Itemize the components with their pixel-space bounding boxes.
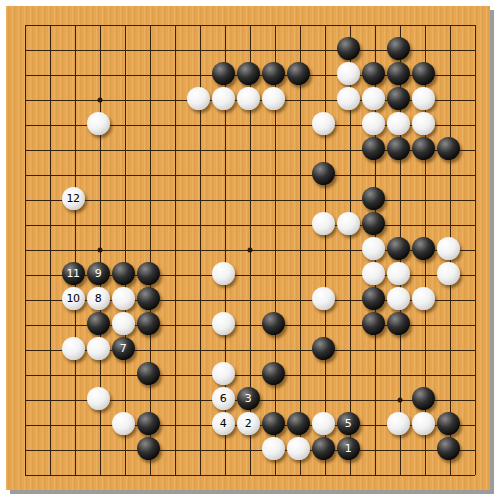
- stone-black[interactable]: [412, 62, 435, 85]
- board-point: [263, 63, 288, 88]
- board-point: [438, 263, 463, 288]
- board-point: [313, 338, 338, 363]
- board-point: [388, 138, 413, 163]
- board-point: [413, 238, 438, 263]
- stone-white[interactable]: [412, 287, 435, 310]
- stone-black[interactable]: [437, 412, 460, 435]
- stone-black[interactable]: [287, 62, 310, 85]
- board-point: [388, 313, 413, 338]
- stone-black[interactable]: [112, 262, 135, 285]
- board-point: [113, 313, 138, 338]
- stones-grid: 121191087634251: [13, 13, 488, 488]
- board-point: [63, 338, 88, 363]
- stone-white[interactable]: [112, 312, 135, 335]
- board-point: [138, 263, 163, 288]
- stone-black[interactable]: [412, 137, 435, 160]
- stone-white[interactable]: [87, 387, 110, 410]
- stone-black[interactable]: [437, 437, 460, 460]
- stone-white[interactable]: [262, 437, 285, 460]
- stone-black[interactable]: [362, 62, 385, 85]
- board-point: 10: [63, 288, 88, 313]
- move-number-label: 8: [95, 293, 102, 304]
- move-number-label: 11: [67, 268, 80, 279]
- stone-white[interactable]: [212, 312, 235, 335]
- stone-black[interactable]: [262, 362, 285, 385]
- board-point: [263, 413, 288, 438]
- stone-black[interactable]: [387, 312, 410, 335]
- board-point: [363, 238, 388, 263]
- board-point: [288, 438, 313, 463]
- board-point: [263, 363, 288, 388]
- stone-black[interactable]: [212, 62, 235, 85]
- board-point: [88, 313, 113, 338]
- board-point: 11: [63, 263, 88, 288]
- board-point: [188, 88, 213, 113]
- board-point: 8: [88, 288, 113, 313]
- board-point: [113, 288, 138, 313]
- stone-black[interactable]: [387, 237, 410, 260]
- board-point: [363, 188, 388, 213]
- stone-white[interactable]: [387, 287, 410, 310]
- board-point: [263, 88, 288, 113]
- stone-move-11[interactable]: 11: [62, 262, 85, 285]
- board-point: 6: [213, 388, 238, 413]
- stone-black[interactable]: [437, 137, 460, 160]
- board-point: [313, 438, 338, 463]
- stone-white[interactable]: [362, 262, 385, 285]
- board-point: [438, 238, 463, 263]
- board-point: [313, 213, 338, 238]
- board-point: [338, 63, 363, 88]
- board-point: [138, 363, 163, 388]
- board-point: [138, 288, 163, 313]
- board-point: [388, 413, 413, 438]
- stone-white[interactable]: [412, 87, 435, 110]
- board-point: [438, 138, 463, 163]
- stone-white[interactable]: [212, 362, 235, 385]
- board-point: [263, 313, 288, 338]
- stone-white[interactable]: [362, 87, 385, 110]
- stone-black[interactable]: [137, 262, 160, 285]
- move-number-label: 7: [120, 343, 127, 354]
- board-point: [413, 413, 438, 438]
- stone-black[interactable]: [362, 187, 385, 210]
- board-point: [363, 138, 388, 163]
- board-point: [363, 263, 388, 288]
- board-point: [363, 88, 388, 113]
- stone-move-2[interactable]: 2: [237, 412, 260, 435]
- board-point: [413, 88, 438, 113]
- stone-white[interactable]: [87, 337, 110, 360]
- board-point: [338, 213, 363, 238]
- stone-white[interactable]: [387, 262, 410, 285]
- board-point: [363, 288, 388, 313]
- stone-white[interactable]: [112, 287, 135, 310]
- stone-white[interactable]: [362, 112, 385, 135]
- board-point: [338, 38, 363, 63]
- stone-black[interactable]: [137, 412, 160, 435]
- stone-black[interactable]: [387, 62, 410, 85]
- stone-black[interactable]: [387, 87, 410, 110]
- board-point: 7: [113, 338, 138, 363]
- stone-black[interactable]: [287, 412, 310, 435]
- stone-white[interactable]: [437, 237, 460, 260]
- board-point: [238, 88, 263, 113]
- go-board[interactable]: 121191087634251: [6, 6, 490, 490]
- board-point: [138, 413, 163, 438]
- board-point: 5: [338, 413, 363, 438]
- move-number-label: 4: [220, 418, 227, 429]
- stone-white[interactable]: [337, 87, 360, 110]
- stone-white[interactable]: [262, 87, 285, 110]
- board-point: [138, 313, 163, 338]
- board-point: [388, 63, 413, 88]
- stone-move-6[interactable]: 6: [212, 387, 235, 410]
- stone-move-1[interactable]: 1: [337, 437, 360, 460]
- board-point: 3: [238, 388, 263, 413]
- stone-white[interactable]: [337, 212, 360, 235]
- stone-move-9[interactable]: 9: [87, 262, 110, 285]
- stone-white[interactable]: [412, 412, 435, 435]
- move-number-label: 5: [345, 418, 352, 429]
- stone-black[interactable]: [412, 387, 435, 410]
- stone-black[interactable]: [312, 162, 335, 185]
- board-point: [388, 238, 413, 263]
- stone-black[interactable]: [262, 412, 285, 435]
- board-point: [438, 438, 463, 463]
- stone-black[interactable]: [87, 312, 110, 335]
- stone-white[interactable]: [387, 112, 410, 135]
- stone-white[interactable]: [312, 287, 335, 310]
- board-point: [88, 388, 113, 413]
- board-point: [138, 438, 163, 463]
- stone-black[interactable]: [237, 62, 260, 85]
- stone-white[interactable]: [212, 262, 235, 285]
- board-point: [388, 288, 413, 313]
- move-number-label: 2: [245, 418, 252, 429]
- board-point: [313, 163, 338, 188]
- stone-move-8[interactable]: 8: [87, 287, 110, 310]
- board-point: [88, 338, 113, 363]
- board-point: [413, 388, 438, 413]
- stone-black[interactable]: [387, 37, 410, 60]
- board-point: [113, 263, 138, 288]
- stone-white[interactable]: [212, 87, 235, 110]
- stone-black[interactable]: [137, 287, 160, 310]
- board-point: [313, 113, 338, 138]
- board-point: [413, 113, 438, 138]
- board-point: [238, 63, 263, 88]
- board-point: [413, 138, 438, 163]
- stone-black[interactable]: [312, 437, 335, 460]
- board-point: [288, 413, 313, 438]
- stone-white[interactable]: [187, 87, 210, 110]
- board-point: [213, 313, 238, 338]
- board-point: [313, 413, 338, 438]
- stone-black[interactable]: [137, 437, 160, 460]
- board-point: [88, 113, 113, 138]
- board-point: [413, 288, 438, 313]
- board-point: [388, 88, 413, 113]
- stone-black[interactable]: [362, 312, 385, 335]
- board-point: [363, 63, 388, 88]
- stone-black[interactable]: [337, 37, 360, 60]
- board-point: 9: [88, 263, 113, 288]
- stone-white[interactable]: [312, 412, 335, 435]
- board-point: [363, 313, 388, 338]
- stone-move-3[interactable]: 3: [237, 387, 260, 410]
- board-point: [438, 413, 463, 438]
- board-point: 12: [63, 188, 88, 213]
- stone-black[interactable]: [387, 137, 410, 160]
- stone-white[interactable]: [437, 262, 460, 285]
- board-point: [113, 413, 138, 438]
- board-point: [213, 88, 238, 113]
- board-point: 4: [213, 413, 238, 438]
- move-number-label: 12: [67, 193, 80, 204]
- stone-white[interactable]: [87, 112, 110, 135]
- stone-white[interactable]: [362, 237, 385, 260]
- stone-white[interactable]: [237, 87, 260, 110]
- stone-move-12[interactable]: 12: [62, 187, 85, 210]
- board-point: [363, 213, 388, 238]
- board-point: [388, 38, 413, 63]
- stone-black[interactable]: [412, 237, 435, 260]
- stone-white[interactable]: [387, 412, 410, 435]
- stone-black[interactable]: [362, 212, 385, 235]
- board-point: [338, 88, 363, 113]
- stone-black[interactable]: [137, 362, 160, 385]
- move-number-label: 1: [345, 443, 352, 454]
- stone-white[interactable]: [337, 62, 360, 85]
- stone-black[interactable]: [362, 287, 385, 310]
- stone-black[interactable]: [262, 312, 285, 335]
- board-point: [263, 438, 288, 463]
- board-point: 2: [238, 413, 263, 438]
- stone-white[interactable]: [312, 212, 335, 235]
- move-number-label: 10: [67, 293, 80, 304]
- stone-move-4[interactable]: 4: [212, 412, 235, 435]
- stone-move-5[interactable]: 5: [337, 412, 360, 435]
- stone-white[interactable]: [112, 412, 135, 435]
- board-point: [363, 113, 388, 138]
- move-number-label: 9: [95, 268, 102, 279]
- board-point: [388, 113, 413, 138]
- stone-white[interactable]: [412, 112, 435, 135]
- board-point: [213, 363, 238, 388]
- board-point: [413, 63, 438, 88]
- board-point: 1: [338, 438, 363, 463]
- stone-white[interactable]: [62, 337, 85, 360]
- stone-white[interactable]: [287, 437, 310, 460]
- board-point: [288, 63, 313, 88]
- stone-move-7[interactable]: 7: [112, 337, 135, 360]
- stone-black[interactable]: [362, 137, 385, 160]
- board-point: [388, 263, 413, 288]
- stone-move-10[interactable]: 10: [62, 287, 85, 310]
- board-point: [213, 63, 238, 88]
- board-point: [313, 288, 338, 313]
- stone-white[interactable]: [312, 112, 335, 135]
- stone-black[interactable]: [137, 312, 160, 335]
- stone-black[interactable]: [312, 337, 335, 360]
- move-number-label: 3: [245, 393, 252, 404]
- move-number-label: 6: [220, 393, 227, 404]
- stone-black[interactable]: [262, 62, 285, 85]
- board-point: [213, 263, 238, 288]
